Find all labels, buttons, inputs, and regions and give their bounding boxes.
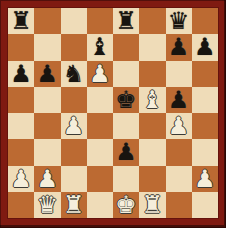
square-e1[interactable]: ♚ bbox=[113, 192, 139, 218]
square-d6[interactable]: ♟ bbox=[87, 61, 113, 87]
square-e3[interactable]: ♟ bbox=[113, 139, 139, 165]
square-a6[interactable]: ♟ bbox=[8, 61, 34, 87]
square-h7[interactable]: ♟ bbox=[192, 34, 218, 60]
square-c6[interactable]: ♞ bbox=[61, 61, 87, 87]
square-b7[interactable] bbox=[34, 34, 60, 60]
square-c3[interactable] bbox=[61, 139, 87, 165]
black-knight-c6[interactable]: ♞ bbox=[63, 61, 85, 87]
square-g5[interactable]: ♟ bbox=[166, 87, 192, 113]
square-b5[interactable] bbox=[34, 87, 60, 113]
square-b2[interactable]: ♟ bbox=[34, 166, 60, 192]
chess-board-frame: ♜♜♛♝♟♟♟♟♞♟♚♝♟♟♟♟♟♟♟♛♜♚♜ bbox=[0, 0, 226, 228]
square-e4[interactable] bbox=[113, 113, 139, 139]
square-c8[interactable] bbox=[61, 8, 87, 34]
black-queen-g8[interactable]: ♛ bbox=[168, 8, 190, 34]
square-a8[interactable]: ♜ bbox=[8, 8, 34, 34]
square-d8[interactable] bbox=[87, 8, 113, 34]
square-d7[interactable]: ♝ bbox=[87, 34, 113, 60]
square-f3[interactable] bbox=[139, 139, 165, 165]
square-a7[interactable] bbox=[8, 34, 34, 60]
black-rook-e8[interactable]: ♜ bbox=[115, 8, 137, 34]
square-b8[interactable] bbox=[34, 8, 60, 34]
square-a4[interactable] bbox=[8, 113, 34, 139]
square-h4[interactable] bbox=[192, 113, 218, 139]
black-pawn-g5[interactable]: ♟ bbox=[168, 87, 190, 113]
square-g1[interactable] bbox=[166, 192, 192, 218]
square-b1[interactable]: ♛ bbox=[34, 192, 60, 218]
white-queen-b1[interactable]: ♛ bbox=[37, 192, 59, 218]
square-g3[interactable] bbox=[166, 139, 192, 165]
square-f4[interactable] bbox=[139, 113, 165, 139]
square-d1[interactable] bbox=[87, 192, 113, 218]
square-g4[interactable]: ♟ bbox=[166, 113, 192, 139]
square-g7[interactable]: ♟ bbox=[166, 34, 192, 60]
white-pawn-c4[interactable]: ♟ bbox=[63, 113, 85, 139]
square-c5[interactable] bbox=[61, 87, 87, 113]
square-a1[interactable] bbox=[8, 192, 34, 218]
square-a2[interactable]: ♟ bbox=[8, 166, 34, 192]
black-pawn-b6[interactable]: ♟ bbox=[37, 61, 59, 87]
square-f6[interactable] bbox=[139, 61, 165, 87]
square-h3[interactable] bbox=[192, 139, 218, 165]
square-d2[interactable] bbox=[87, 166, 113, 192]
black-bishop-d7[interactable]: ♝ bbox=[89, 34, 111, 60]
white-bishop-f5[interactable]: ♝ bbox=[142, 87, 164, 113]
square-b6[interactable]: ♟ bbox=[34, 61, 60, 87]
square-d3[interactable] bbox=[87, 139, 113, 165]
square-h8[interactable] bbox=[192, 8, 218, 34]
black-pawn-a6[interactable]: ♟ bbox=[10, 61, 32, 87]
square-e6[interactable] bbox=[113, 61, 139, 87]
square-b3[interactable] bbox=[34, 139, 60, 165]
white-pawn-b2[interactable]: ♟ bbox=[37, 166, 59, 192]
square-d5[interactable] bbox=[87, 87, 113, 113]
white-king-e1[interactable]: ♚ bbox=[115, 192, 137, 218]
square-h1[interactable] bbox=[192, 192, 218, 218]
square-e2[interactable] bbox=[113, 166, 139, 192]
square-g8[interactable]: ♛ bbox=[166, 8, 192, 34]
square-c4[interactable]: ♟ bbox=[61, 113, 87, 139]
square-f5[interactable]: ♝ bbox=[139, 87, 165, 113]
white-pawn-d6[interactable]: ♟ bbox=[89, 61, 111, 87]
square-e5[interactable]: ♚ bbox=[113, 87, 139, 113]
black-pawn-e3[interactable]: ♟ bbox=[115, 139, 137, 165]
white-pawn-h2[interactable]: ♟ bbox=[194, 166, 216, 192]
square-f1[interactable]: ♜ bbox=[139, 192, 165, 218]
black-rook-a8[interactable]: ♜ bbox=[10, 8, 32, 34]
square-e7[interactable] bbox=[113, 34, 139, 60]
square-c7[interactable] bbox=[61, 34, 87, 60]
white-rook-f1[interactable]: ♜ bbox=[142, 192, 164, 218]
square-h6[interactable] bbox=[192, 61, 218, 87]
white-pawn-g4[interactable]: ♟ bbox=[168, 113, 190, 139]
square-g2[interactable] bbox=[166, 166, 192, 192]
black-pawn-g7[interactable]: ♟ bbox=[168, 34, 190, 60]
square-e8[interactable]: ♜ bbox=[113, 8, 139, 34]
square-f2[interactable] bbox=[139, 166, 165, 192]
chess-board: ♜♜♛♝♟♟♟♟♞♟♚♝♟♟♟♟♟♟♟♛♜♚♜ bbox=[8, 8, 218, 218]
square-f7[interactable] bbox=[139, 34, 165, 60]
square-c2[interactable] bbox=[61, 166, 87, 192]
square-c1[interactable]: ♜ bbox=[61, 192, 87, 218]
square-g6[interactable] bbox=[166, 61, 192, 87]
square-f8[interactable] bbox=[139, 8, 165, 34]
black-king-e5[interactable]: ♚ bbox=[115, 87, 137, 113]
white-pawn-a2[interactable]: ♟ bbox=[10, 166, 32, 192]
square-h2[interactable]: ♟ bbox=[192, 166, 218, 192]
white-rook-c1[interactable]: ♜ bbox=[63, 192, 85, 218]
square-h5[interactable] bbox=[192, 87, 218, 113]
square-d4[interactable] bbox=[87, 113, 113, 139]
square-b4[interactable] bbox=[34, 113, 60, 139]
black-pawn-h7[interactable]: ♟ bbox=[194, 34, 216, 60]
square-a5[interactable] bbox=[8, 87, 34, 113]
square-a3[interactable] bbox=[8, 139, 34, 165]
